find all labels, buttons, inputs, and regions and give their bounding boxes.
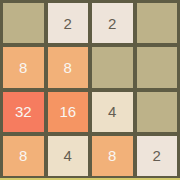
cell-r2c1-tile-8: 8 [3,47,44,87]
cell-r3c1-tile-32: 32 [3,92,44,132]
cell-r2c3-empty [92,47,133,87]
cell-r4c2-tile-4: 4 [48,136,89,176]
cell-r2c4-empty [137,47,178,87]
cell-r4c1-tile-8: 8 [3,136,44,176]
cell-r1c1-empty [3,3,44,43]
cell-r3c4-empty [137,92,178,132]
cell-r1c4-empty [137,3,178,43]
cell-r3c2-tile-16: 16 [48,92,89,132]
cell-r4c4-tile-2: 2 [137,136,178,176]
board[interactable]: 2288321648482 [0,0,180,178]
game-2048: 2288321648482 [0,0,180,180]
cell-r1c2-tile-2: 2 [48,3,89,43]
cell-r3c3-tile-4: 4 [92,92,133,132]
cell-r1c3-tile-2: 2 [92,3,133,43]
bottom-strip [0,178,180,180]
cell-r2c2-tile-8: 8 [48,47,89,87]
cell-r4c3-tile-8: 8 [92,136,133,176]
